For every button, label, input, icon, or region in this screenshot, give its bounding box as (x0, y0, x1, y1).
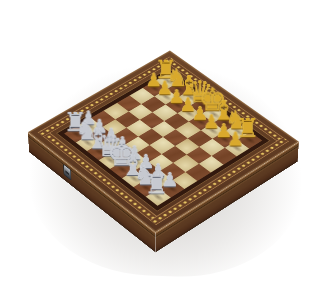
piece-gold-pawn-h7: ♟ (221, 130, 249, 149)
chess-set-photo: ♜♞♝♛♚♝♞♜♟♟♟♟♟♟♟♟♟♟♟♟♟♟♟♟♜♞♝♛♚♝♞♜ (0, 0, 330, 291)
scene-3d: ♜♞♝♛♚♝♞♜♟♟♟♟♟♟♟♟♟♟♟♟♟♟♟♟♜♞♝♛♚♝♞♜ (0, 0, 330, 291)
chess-box: ♜♞♝♛♚♝♞♜♟♟♟♟♟♟♟♟♟♟♟♟♟♟♟♟♜♞♝♛♚♝♞♜ (28, 51, 299, 233)
piece-silver-rook-h1: ♜ (142, 171, 171, 198)
board-top-face: ♜♞♝♛♚♝♞♜♟♟♟♟♟♟♟♟♟♟♟♟♟♟♟♟♜♞♝♛♚♝♞♜ (28, 51, 299, 233)
